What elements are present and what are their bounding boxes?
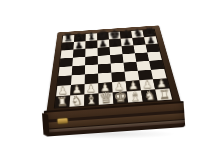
white-bishop: ♝ <box>129 89 141 102</box>
square-h3 <box>151 69 167 79</box>
square-h2: ♟ <box>153 78 169 89</box>
square-d1: ♛ <box>99 93 114 105</box>
white-pawn: ♟ <box>156 78 166 90</box>
white-pawn: ♟ <box>128 80 138 92</box>
square-a3 <box>57 75 71 86</box>
square-g1: ♞ <box>141 90 157 102</box>
chess-board: ♜♞♝♛♚♝♞♜♟♟♟♟♟♟♟♟♟♟♟♟♟♟♟♟♜♞♝♛♚♝♞♜ <box>54 29 174 109</box>
square-d3 <box>98 73 112 84</box>
chess-set: ♜♞♝♛♚♝♞♜♟♟♟♟♟♟♟♟♟♟♟♟♟♟♟♟♜♞♝♛♚♝♞♜ <box>37 0 186 139</box>
white-pawn: ♟ <box>86 83 96 95</box>
white-pawn: ♟ <box>72 84 82 96</box>
white-knight: ♞ <box>143 88 155 101</box>
square-c2: ♟ <box>84 83 98 94</box>
product-photo: ♜♞♝♛♚♝♞♜♟♟♟♟♟♟♟♟♟♟♟♟♟♟♟♟♜♞♝♛♚♝♞♜ <box>0 0 220 147</box>
white-knight: ♞ <box>70 93 82 106</box>
white-bishop: ♝ <box>85 92 97 105</box>
white-pawn: ♟ <box>100 82 110 94</box>
white-king: ♚ <box>113 89 127 104</box>
square-a1: ♜ <box>55 96 70 108</box>
square-h1: ♜ <box>155 89 172 101</box>
latch-icon <box>57 118 67 124</box>
chess-board-frame: ♜♞♝♛♚♝♞♜♟♟♟♟♟♟♟♟♟♟♟♟♟♟♟♟♜♞♝♛♚♝♞♜ <box>46 25 182 114</box>
white-rook: ♜ <box>158 87 170 100</box>
white-rook: ♜ <box>56 94 68 107</box>
white-pawn: ♟ <box>142 79 152 91</box>
square-c1: ♝ <box>84 94 99 106</box>
white-pawn: ♟ <box>58 85 68 97</box>
square-e1: ♚ <box>113 92 128 104</box>
square-b1: ♞ <box>69 95 84 107</box>
white-queen: ♛ <box>99 90 113 105</box>
